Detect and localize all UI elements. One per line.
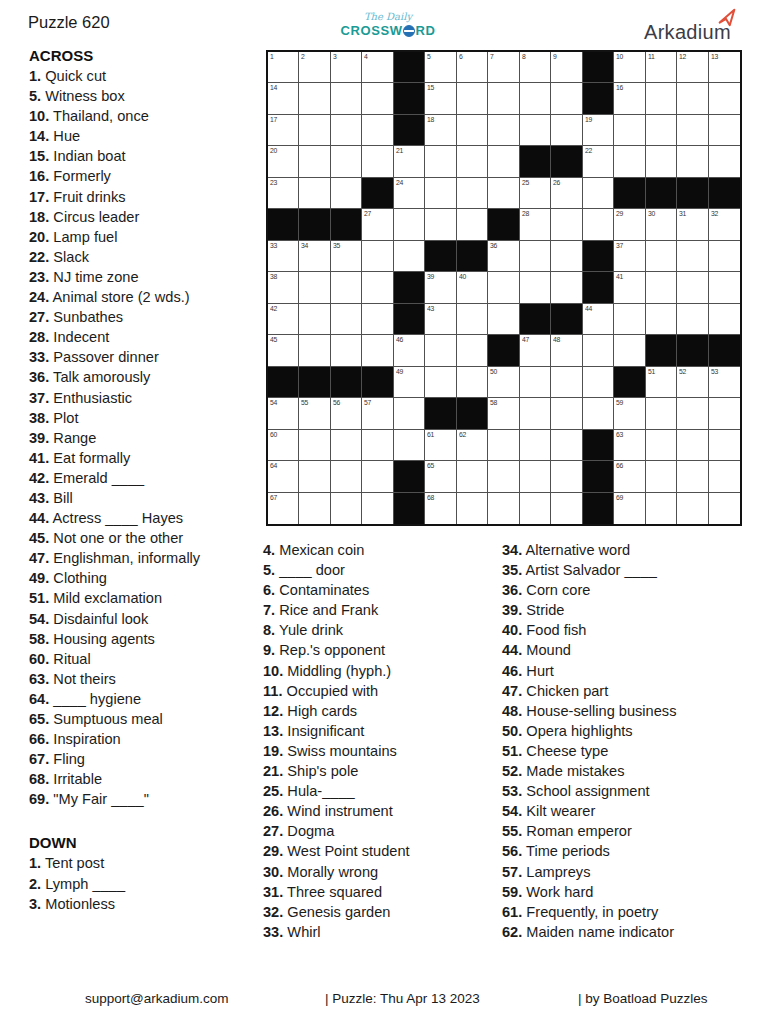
cell-number-50: 50 [490, 368, 497, 376]
cell-r4c1[interactable]: 20 [268, 146, 299, 177]
cell-r3c15[interactable] [709, 115, 740, 146]
clue-number: 60. [29, 651, 49, 667]
cell-r15c15[interactable] [709, 493, 740, 524]
cell-r14c4[interactable] [362, 461, 393, 492]
cell-r5c1[interactable]: 23 [268, 178, 299, 209]
cell-r2c15[interactable] [709, 83, 740, 114]
cell-r5c7[interactable] [457, 178, 488, 209]
cell-r4c7[interactable] [457, 146, 488, 177]
cell-r8c9[interactable] [520, 272, 551, 303]
cell-r12c8[interactable]: 58 [488, 398, 519, 429]
cell-r2c6[interactable]: 15 [425, 83, 456, 114]
cell-r10c7[interactable] [457, 335, 488, 366]
puzzle-page: Puzzle 620 The Daily CROSSWRD Arkadium 1… [0, 0, 768, 1024]
cell-r1c13[interactable]: 11 [646, 52, 677, 83]
cell-r7c10[interactable] [551, 241, 582, 272]
cell-r7c13[interactable] [646, 241, 677, 272]
cell-r11c2 [299, 367, 330, 398]
cell-r8c14[interactable] [677, 272, 708, 303]
cell-r1c6[interactable]: 5 [425, 52, 456, 83]
clue-text: Time periods [522, 843, 610, 859]
cell-r2c4[interactable] [362, 83, 393, 114]
cell-r11c8[interactable]: 50 [488, 367, 519, 398]
cell-r1c14[interactable]: 12 [677, 52, 708, 83]
cell-r12c12[interactable]: 59 [614, 398, 645, 429]
cell-r6c13[interactable]: 30 [646, 209, 677, 240]
cell-r4c4[interactable] [362, 146, 393, 177]
cell-r6c9[interactable]: 28 [520, 209, 551, 240]
cell-r15c8[interactable] [488, 493, 519, 524]
globe-icon [403, 25, 415, 37]
cell-r12c1[interactable]: 54 [268, 398, 299, 429]
clue-text: Range [49, 430, 96, 446]
down-clue-50: 50. Opera highlights [502, 721, 758, 741]
cell-r8c1[interactable]: 38 [268, 272, 299, 303]
clue-number: 51. [29, 590, 49, 606]
cell-r15c10[interactable] [551, 493, 582, 524]
cell-r3c12[interactable] [614, 115, 645, 146]
cell-number-16: 16 [616, 84, 623, 92]
cell-number-9: 9 [553, 53, 557, 61]
cell-number-27: 27 [364, 210, 371, 218]
down-clue-26: 26. Wind instrument [263, 801, 499, 821]
clue-text: Made mistakes [522, 763, 624, 779]
logo-word-prefix: CROSSW [340, 23, 402, 38]
cell-r12c15[interactable] [709, 398, 740, 429]
cell-r8c13[interactable] [646, 272, 677, 303]
cell-r1c9[interactable]: 8 [520, 52, 551, 83]
cell-number-40: 40 [459, 273, 466, 281]
cell-number-63: 63 [616, 431, 623, 439]
cell-r9c8[interactable] [488, 304, 519, 335]
cell-r6c7[interactable] [457, 209, 488, 240]
cell-r3c11[interactable]: 19 [583, 115, 614, 146]
cell-r9c3[interactable] [331, 304, 362, 335]
cell-r12c13[interactable] [646, 398, 677, 429]
cell-r6c4[interactable]: 27 [362, 209, 393, 240]
cell-r5c13 [646, 178, 677, 209]
cell-r15c4[interactable] [362, 493, 393, 524]
cell-r6c6[interactable] [425, 209, 456, 240]
cell-r3c4[interactable] [362, 115, 393, 146]
cell-r4c13[interactable] [646, 146, 677, 177]
clue-text: Stride [522, 602, 564, 618]
cell-r1c15[interactable]: 13 [709, 52, 740, 83]
cell-r7c5[interactable] [394, 241, 425, 272]
cell-r6c2 [299, 209, 330, 240]
cell-r4c15[interactable] [709, 146, 740, 177]
across-clue-17: 17. Fruit drinks [29, 187, 261, 207]
cell-r4c5[interactable]: 21 [394, 146, 425, 177]
cell-r6c10[interactable] [551, 209, 582, 240]
across-clue-14: 14. Hue [29, 126, 261, 146]
clue-text: Food fish [522, 622, 586, 638]
cell-number-10: 10 [616, 53, 623, 61]
cell-r11c11[interactable] [583, 367, 614, 398]
clue-text: Mild exclamation [49, 590, 162, 606]
cell-r11c7[interactable] [457, 367, 488, 398]
down-clue-7: 7. Rice and Frank [263, 600, 499, 620]
cell-number-14: 14 [270, 84, 277, 92]
cell-r4c2[interactable] [299, 146, 330, 177]
cell-r13c13[interactable] [646, 430, 677, 461]
cell-r5c8[interactable] [488, 178, 519, 209]
cell-r10c14 [677, 335, 708, 366]
clue-text: Middling (hyph.) [283, 663, 391, 679]
cell-r5c6[interactable] [425, 178, 456, 209]
cell-r3c14[interactable] [677, 115, 708, 146]
cell-r15c2[interactable] [299, 493, 330, 524]
cell-r8c6[interactable]: 39 [425, 272, 456, 303]
cell-r12c9[interactable] [520, 398, 551, 429]
clue-number: 1. [29, 68, 41, 84]
cell-r1c10[interactable]: 9 [551, 52, 582, 83]
cell-r13c2[interactable] [299, 430, 330, 461]
cell-r8c11 [583, 272, 614, 303]
cell-r7c4[interactable] [362, 241, 393, 272]
clue-number: 56. [502, 843, 522, 859]
clue-number: 33. [263, 924, 283, 940]
cell-r13c8[interactable] [488, 430, 519, 461]
clue-number: 65. [29, 711, 49, 727]
clue-text: West Point student [283, 843, 409, 859]
down-clue-52: 52. Made mistakes [502, 761, 758, 781]
cell-r4c8[interactable] [488, 146, 519, 177]
cell-r6c14[interactable]: 31 [677, 209, 708, 240]
cell-number-59: 59 [616, 399, 623, 407]
cell-r9c13[interactable] [646, 304, 677, 335]
cell-r4c6[interactable] [425, 146, 456, 177]
cell-r12c7 [457, 398, 488, 429]
cell-r2c1[interactable]: 14 [268, 83, 299, 114]
cell-r4c11[interactable]: 22 [583, 146, 614, 177]
across-clue-20: 20. Lamp fuel [29, 227, 261, 247]
clue-text: Hue [49, 128, 80, 144]
cell-r14c3[interactable] [331, 461, 362, 492]
cell-r3c8[interactable] [488, 115, 519, 146]
cell-r8c8[interactable] [488, 272, 519, 303]
clue-text: Swiss mountains [283, 743, 397, 759]
cell-r14c8[interactable] [488, 461, 519, 492]
cell-r2c8[interactable] [488, 83, 519, 114]
down-clue-48: 48. House-selling business [502, 701, 758, 721]
cell-r8c15[interactable] [709, 272, 740, 303]
cell-r8c4[interactable] [362, 272, 393, 303]
clue-number: 7. [263, 602, 275, 618]
cell-r3c6[interactable]: 18 [425, 115, 456, 146]
clue-number: 21. [263, 763, 283, 779]
cell-number-51: 51 [648, 368, 655, 376]
cell-r9c2[interactable] [299, 304, 330, 335]
cell-r15c6[interactable]: 68 [425, 493, 456, 524]
cell-r13c10[interactable] [551, 430, 582, 461]
cell-r8c2[interactable] [299, 272, 330, 303]
cell-r1c2[interactable]: 2 [299, 52, 330, 83]
byline: | by Boatload Puzzles [578, 991, 708, 1006]
across-clue-44: 44. Actress ____ Hayes [29, 508, 261, 528]
cell-r15c1[interactable]: 67 [268, 493, 299, 524]
daily-crossword-logo: The Daily CROSSWRD [336, 11, 440, 38]
crossword-grid: 1234567891011121314151617181920212223242… [266, 50, 742, 526]
down-clue-53: 53. School assignment [502, 781, 758, 801]
cell-r11c6[interactable] [425, 367, 456, 398]
cell-r5c3[interactable] [331, 178, 362, 209]
cell-r11c5[interactable]: 49 [394, 367, 425, 398]
cell-r7c15[interactable] [709, 241, 740, 272]
cell-r8c10[interactable] [551, 272, 582, 303]
cell-r13c9[interactable] [520, 430, 551, 461]
cell-r15c13[interactable] [646, 493, 677, 524]
down-clues-column-right: 34. Alternative word35. Artist Salvador … [502, 540, 758, 942]
clue-text: Not one or the other [49, 530, 183, 546]
cell-r3c13[interactable] [646, 115, 677, 146]
clue-number: 48. [502, 703, 522, 719]
cell-r2c14[interactable] [677, 83, 708, 114]
cell-r10c1[interactable]: 45 [268, 335, 299, 366]
cell-r10c12[interactable] [614, 335, 645, 366]
cell-r2c10[interactable] [551, 83, 582, 114]
down-clue-19: 19. Swiss mountains [263, 741, 499, 761]
cell-r6c11[interactable] [583, 209, 614, 240]
across-clue-64: 64. ____ hygiene [29, 689, 261, 709]
across-clue-16: 16. Formerly [29, 166, 261, 186]
cell-r13c1[interactable]: 60 [268, 430, 299, 461]
cell-number-7: 7 [490, 53, 494, 61]
clue-text: Inspiration [49, 731, 120, 747]
across-clue-37: 37. Enthusiastic [29, 388, 261, 408]
clue-text: Circus leader [49, 209, 139, 225]
cell-r4c14[interactable] [677, 146, 708, 177]
cell-r5c12 [614, 178, 645, 209]
cell-number-53: 53 [711, 368, 718, 376]
across-clue-68: 68. Irritable [29, 769, 261, 789]
cell-r1c1[interactable]: 1 [268, 52, 299, 83]
cell-r13c12[interactable]: 63 [614, 430, 645, 461]
cell-number-56: 56 [333, 399, 340, 407]
cell-r12c2[interactable]: 55 [299, 398, 330, 429]
cell-r10c3[interactable] [331, 335, 362, 366]
cell-r12c3[interactable]: 56 [331, 398, 362, 429]
cell-r5c2[interactable] [299, 178, 330, 209]
cell-r1c5 [394, 52, 425, 83]
clue-text: ____ door [275, 562, 345, 578]
cell-r10c6[interactable] [425, 335, 456, 366]
cell-r13c4[interactable] [362, 430, 393, 461]
cell-r12c10[interactable] [551, 398, 582, 429]
cell-r1c11 [583, 52, 614, 83]
clue-number: 5. [29, 88, 41, 104]
cell-r15c12[interactable]: 69 [614, 493, 645, 524]
cell-r12c11[interactable] [583, 398, 614, 429]
cell-r13c6[interactable]: 61 [425, 430, 456, 461]
clue-text: Hula-____ [283, 783, 354, 799]
cell-r9c1[interactable]: 42 [268, 304, 299, 335]
cell-r9c6[interactable]: 43 [425, 304, 456, 335]
cell-number-32: 32 [711, 210, 718, 218]
cell-r5c9[interactable]: 25 [520, 178, 551, 209]
cell-r9c12[interactable] [614, 304, 645, 335]
down-clue-51: 51. Cheese type [502, 741, 758, 761]
clue-text: Witness box [41, 88, 125, 104]
down-clue-8: 8. Yule drink [263, 620, 499, 640]
cell-r10c10[interactable]: 48 [551, 335, 582, 366]
cell-r14c13[interactable] [646, 461, 677, 492]
cell-r8c12[interactable]: 41 [614, 272, 645, 303]
clue-number: 6. [263, 582, 275, 598]
clue-text: Kilt wearer [522, 803, 595, 819]
clue-number: 30. [263, 864, 283, 880]
cell-r1c7[interactable]: 6 [457, 52, 488, 83]
cell-r11c1 [268, 367, 299, 398]
cell-r10c9[interactable]: 47 [520, 335, 551, 366]
cell-r3c10[interactable] [551, 115, 582, 146]
clue-number: 4. [263, 542, 275, 558]
cell-r14c14[interactable] [677, 461, 708, 492]
cell-r7c12[interactable]: 37 [614, 241, 645, 272]
cell-number-61: 61 [427, 431, 434, 439]
cell-r2c2[interactable] [299, 83, 330, 114]
cell-number-36: 36 [490, 242, 497, 250]
cell-r9c14[interactable] [677, 304, 708, 335]
cell-r3c2[interactable] [299, 115, 330, 146]
down-clue-9: 9. Rep.'s opponent [263, 640, 499, 660]
cell-r11c14[interactable]: 52 [677, 367, 708, 398]
cell-number-43: 43 [427, 305, 434, 313]
clue-text: Hurt [522, 663, 554, 679]
cell-number-11: 11 [648, 53, 655, 61]
across-clue-65: 65. Sumptuous meal [29, 709, 261, 729]
cell-r14c10[interactable] [551, 461, 582, 492]
cell-r13c7[interactable]: 62 [457, 430, 488, 461]
cell-r3c7[interactable] [457, 115, 488, 146]
cell-r8c3[interactable] [331, 272, 362, 303]
clue-text: Cheese type [522, 743, 608, 759]
down-clue-12: 12. High cards [263, 701, 499, 721]
clue-number: 27. [29, 309, 49, 325]
cell-r9c11[interactable]: 44 [583, 304, 614, 335]
cell-r12c4[interactable]: 57 [362, 398, 393, 429]
cell-r11c3 [331, 367, 362, 398]
cell-r10c2[interactable] [299, 335, 330, 366]
clue-number: 47. [29, 550, 49, 566]
across-clue-43: 43. Bill [29, 488, 261, 508]
cell-r13c15[interactable] [709, 430, 740, 461]
cell-r2c9[interactable] [520, 83, 551, 114]
cell-r10c5[interactable]: 46 [394, 335, 425, 366]
clue-number: 68. [29, 771, 49, 787]
cell-r11c12 [614, 367, 645, 398]
cell-r14c7[interactable] [457, 461, 488, 492]
cell-r13c5[interactable] [394, 430, 425, 461]
cell-r7c14[interactable] [677, 241, 708, 272]
cell-r10c11[interactable] [583, 335, 614, 366]
cell-r3c9[interactable] [520, 115, 551, 146]
clue-text: Tent post [41, 855, 104, 871]
cell-r1c12[interactable]: 10 [614, 52, 645, 83]
cell-r9c7[interactable] [457, 304, 488, 335]
cell-r14c6[interactable]: 65 [425, 461, 456, 492]
cell-r5c11[interactable] [583, 178, 614, 209]
logo-wordmark: CROSSWRD [336, 23, 440, 38]
cell-r15c3[interactable] [331, 493, 362, 524]
cell-r9c15[interactable] [709, 304, 740, 335]
cell-number-69: 69 [616, 494, 623, 502]
cell-number-42: 42 [270, 305, 277, 313]
cell-r2c13[interactable] [646, 83, 677, 114]
cell-r8c7[interactable]: 40 [457, 272, 488, 303]
across-clue-list: 1. Quick cut5. Witness box10. Thailand, … [29, 66, 261, 809]
clue-number: 2. [29, 876, 41, 892]
cell-r13c14[interactable] [677, 430, 708, 461]
cell-r11c13[interactable]: 51 [646, 367, 677, 398]
clue-number: 33. [29, 349, 49, 365]
cell-r7c1[interactable]: 33 [268, 241, 299, 272]
clue-number: 44. [502, 642, 522, 658]
down-clue-33: 33. Whirl [263, 922, 499, 942]
cell-r7c8[interactable]: 36 [488, 241, 519, 272]
cell-r1c3[interactable]: 3 [331, 52, 362, 83]
cell-r1c8[interactable]: 7 [488, 52, 519, 83]
cell-r6c12[interactable]: 29 [614, 209, 645, 240]
arkadium-logo: Arkadium [644, 21, 731, 44]
cell-r2c3[interactable] [331, 83, 362, 114]
cell-r5c5[interactable]: 24 [394, 178, 425, 209]
cell-r9c4[interactable] [362, 304, 393, 335]
cell-r15c7[interactable] [457, 493, 488, 524]
cell-r13c3[interactable] [331, 430, 362, 461]
cell-r14c1[interactable]: 64 [268, 461, 299, 492]
cell-r7c3[interactable]: 35 [331, 241, 362, 272]
cell-r12c14[interactable] [677, 398, 708, 429]
clue-number: 59. [502, 884, 522, 900]
cell-r15c14[interactable] [677, 493, 708, 524]
cell-r3c1[interactable]: 17 [268, 115, 299, 146]
clue-number: 46. [502, 663, 522, 679]
cell-r10c4[interactable] [362, 335, 393, 366]
cell-r5c14 [677, 178, 708, 209]
across-clue-18: 18. Circus leader [29, 207, 261, 227]
cell-r2c7[interactable] [457, 83, 488, 114]
cell-r4c3[interactable] [331, 146, 362, 177]
cell-r10c15 [709, 335, 740, 366]
across-clue-38: 38. Plot [29, 408, 261, 428]
cell-r11c10[interactable] [551, 367, 582, 398]
cell-r4c12[interactable] [614, 146, 645, 177]
cell-r7c9[interactable] [520, 241, 551, 272]
clue-number: 19. [263, 743, 283, 759]
cell-r3c3[interactable] [331, 115, 362, 146]
cell-r5c10[interactable]: 26 [551, 178, 582, 209]
cell-r1c4[interactable]: 4 [362, 52, 393, 83]
cell-r6c5[interactable] [394, 209, 425, 240]
cell-r5c4 [362, 178, 393, 209]
cell-r14c2[interactable] [299, 461, 330, 492]
cell-r2c12[interactable]: 16 [614, 83, 645, 114]
cell-r11c15[interactable]: 53 [709, 367, 740, 398]
cell-r11c4 [362, 367, 393, 398]
cell-r14c9[interactable] [520, 461, 551, 492]
cell-r7c2[interactable]: 34 [299, 241, 330, 272]
cell-r12c5[interactable] [394, 398, 425, 429]
cell-number-66: 66 [616, 462, 623, 470]
cell-r15c9[interactable] [520, 493, 551, 524]
clue-number: 39. [29, 430, 49, 446]
cell-r14c12[interactable]: 66 [614, 461, 645, 492]
cell-r14c15[interactable] [709, 461, 740, 492]
down-header: DOWN [29, 833, 261, 853]
cell-r11c9[interactable] [520, 367, 551, 398]
cell-r6c15[interactable]: 32 [709, 209, 740, 240]
